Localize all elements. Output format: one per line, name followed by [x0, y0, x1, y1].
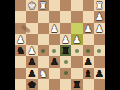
move-dot-c5[interactable]	[75, 49, 79, 53]
pillarbox-right	[105, 0, 120, 90]
square-d8[interactable]	[60, 79, 71, 90]
square-b7[interactable]: ♝	[83, 68, 94, 79]
piece-bP-b6[interactable]: ♟	[84, 56, 93, 67]
square-a1[interactable]: ♜	[94, 0, 105, 11]
piece-wP-a2[interactable]: ♟	[95, 11, 104, 22]
move-dot-d6[interactable]	[64, 60, 68, 64]
square-h4[interactable]: ♟	[15, 34, 26, 45]
square-b6[interactable]: ♟	[83, 56, 94, 67]
square-c8[interactable]: ♜	[71, 79, 82, 90]
move-dot-f5[interactable]	[41, 49, 45, 53]
square-h1[interactable]	[15, 0, 26, 11]
piece-bR-d5[interactable]: ♜	[61, 45, 70, 56]
move-dot-a5[interactable]	[97, 49, 101, 53]
square-c5[interactable]	[71, 45, 82, 56]
piece-wN-f7[interactable]: ♞	[39, 68, 48, 79]
square-g1[interactable]: ♚	[26, 0, 37, 11]
piece-wP-g5[interactable]: ♟	[28, 45, 37, 56]
square-g2[interactable]	[26, 11, 37, 22]
square-f5[interactable]	[38, 45, 49, 56]
piece-wP-h4[interactable]: ♟	[16, 34, 25, 45]
square-h6[interactable]	[15, 56, 26, 67]
square-b4[interactable]	[83, 34, 94, 45]
square-h8[interactable]	[15, 79, 26, 90]
square-e3[interactable]: ♟	[49, 23, 60, 34]
square-c6[interactable]	[71, 56, 82, 67]
square-d6[interactable]	[60, 56, 71, 67]
piece-bP-a7[interactable]: ♟	[95, 68, 104, 79]
square-d3[interactable]	[60, 23, 71, 34]
move-dot-d7[interactable]	[64, 71, 68, 75]
square-f4[interactable]	[38, 34, 49, 45]
square-e5[interactable]	[49, 45, 60, 56]
square-f1[interactable]: ♜	[38, 0, 49, 11]
square-d4[interactable]: ♟	[60, 34, 71, 45]
square-e7[interactable]	[49, 68, 60, 79]
piece-wR-a1[interactable]: ♜	[95, 0, 104, 11]
square-a6[interactable]	[94, 56, 105, 67]
square-b2[interactable]	[83, 11, 94, 22]
piece-wR-f1[interactable]: ♜	[39, 0, 48, 11]
square-f7[interactable]: ♞	[38, 68, 49, 79]
piece-bR-c8[interactable]: ♜	[73, 79, 82, 90]
square-g4[interactable]	[26, 34, 37, 45]
piece-bP-e6[interactable]: ♟	[50, 56, 59, 67]
square-d7[interactable]	[60, 68, 71, 79]
square-c4[interactable]: ♟	[71, 34, 82, 45]
piece-wP-e3[interactable]: ♟	[50, 23, 59, 34]
piece-wP-c4[interactable]: ♟	[73, 34, 82, 45]
square-a7[interactable]: ♟	[94, 68, 105, 79]
piece-wK-g1[interactable]: ♚	[28, 0, 37, 11]
square-b5[interactable]	[83, 45, 94, 56]
square-a5[interactable]	[94, 45, 105, 56]
piece-wP-d4[interactable]: ♟	[61, 34, 70, 45]
square-f3[interactable]	[38, 23, 49, 34]
square-e1[interactable]	[49, 0, 60, 11]
piece-bN-h5[interactable]: ♞	[16, 45, 25, 56]
move-dot-e5[interactable]	[52, 49, 56, 53]
square-g8[interactable]: ♚	[26, 79, 37, 90]
square-a4[interactable]	[94, 34, 105, 45]
lastmove-highlight-c3	[71, 23, 82, 34]
square-e8[interactable]	[49, 79, 60, 90]
square-a2[interactable]: ♟	[94, 11, 105, 22]
chess-board[interactable]: ♚♜♜♟♟♟♟♟♟♟♞♟♜♟♟♟♟♞♝♟♚♜	[15, 0, 105, 90]
piece-wP-a3[interactable]: ♟	[95, 23, 104, 34]
square-c2[interactable]	[71, 11, 82, 22]
square-b8[interactable]	[83, 79, 94, 90]
square-h2[interactable]	[15, 11, 26, 22]
square-g6[interactable]: ♟	[26, 56, 37, 67]
square-a8[interactable]	[94, 79, 105, 90]
square-f6[interactable]	[38, 56, 49, 67]
square-c7[interactable]	[71, 68, 82, 79]
square-g7[interactable]: ♟	[26, 68, 37, 79]
square-e4[interactable]	[49, 34, 60, 45]
piece-bP-g7[interactable]: ♟	[28, 68, 37, 79]
square-b1[interactable]	[83, 0, 94, 11]
pillarbox-left	[0, 0, 15, 90]
square-d2[interactable]	[60, 11, 71, 22]
square-h5[interactable]: ♞	[15, 45, 26, 56]
video-frame: ♚♜♜♟♟♟♟♟♟♟♞♟♜♟♟♟♟♞♝♟♚♜	[0, 0, 120, 90]
square-e6[interactable]: ♟	[49, 56, 60, 67]
square-g5[interactable]: ♟	[26, 45, 37, 56]
move-dot-b5[interactable]	[86, 49, 90, 53]
square-b3[interactable]: ♟	[83, 23, 94, 34]
piece-wP-b3[interactable]: ♟	[84, 23, 93, 34]
piece-bB-b7[interactable]: ♝	[84, 68, 93, 79]
square-c3[interactable]	[71, 23, 82, 34]
piece-bK-g8[interactable]: ♚	[28, 79, 37, 90]
piece-bP-g6[interactable]: ♟	[28, 56, 37, 67]
square-a3[interactable]: ♟	[94, 23, 105, 34]
square-c1[interactable]	[71, 0, 82, 11]
square-h7[interactable]	[15, 68, 26, 79]
square-f2[interactable]	[38, 11, 49, 22]
square-d5[interactable]: ♜	[60, 45, 71, 56]
square-f8[interactable]	[38, 79, 49, 90]
square-d1[interactable]	[60, 0, 71, 11]
square-e2[interactable]	[49, 11, 60, 22]
